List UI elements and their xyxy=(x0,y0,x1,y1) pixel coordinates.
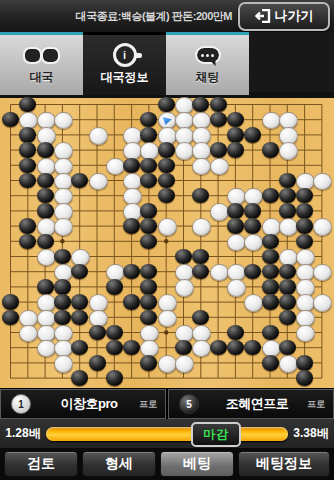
right-odds: 3.38배 xyxy=(288,425,334,442)
white-stone xyxy=(262,112,281,130)
black-stone xyxy=(37,173,54,189)
info-icon: i xyxy=(113,44,137,66)
tab-game-info[interactable]: i 대국정보 xyxy=(83,32,166,95)
exit-button[interactable]: 나가기 xyxy=(238,2,330,31)
black-stone xyxy=(175,249,192,265)
top-status-bar: 대국종료:백승(불계) 판돈:200만M 나가기 xyxy=(0,0,334,33)
black-stone xyxy=(279,310,296,326)
black-stone xyxy=(2,294,19,310)
black-stone xyxy=(262,264,279,280)
black-stone xyxy=(19,127,36,143)
black-stone xyxy=(158,97,175,113)
black-stone xyxy=(262,355,279,371)
black-stone xyxy=(123,158,140,174)
black-stone xyxy=(296,218,313,234)
black-stone xyxy=(262,188,279,204)
game-result-text: 대국종료:백승(불계) 판돈:200만M xyxy=(76,9,232,24)
black-stone xyxy=(262,325,279,341)
white-stone xyxy=(175,142,194,160)
white-stone xyxy=(279,218,298,236)
tab-label: 대국 xyxy=(30,69,54,86)
review-button[interactable]: 검토 xyxy=(4,451,78,477)
white-stone xyxy=(227,279,246,297)
black-stone xyxy=(106,370,123,386)
black-stone xyxy=(71,294,88,310)
black-stone xyxy=(106,279,123,295)
black-stone xyxy=(262,294,279,310)
white-stone xyxy=(210,158,229,176)
action-button-row: 검토 형세 베팅 베팅정보 xyxy=(0,448,334,480)
black-stone xyxy=(244,218,261,234)
white-stone xyxy=(89,127,108,145)
black-stone xyxy=(140,279,157,295)
black-stone xyxy=(262,142,279,158)
black-stone xyxy=(296,234,313,250)
black-stone xyxy=(37,188,54,204)
black-stone xyxy=(262,279,279,295)
black-stone xyxy=(296,370,313,386)
black-stone xyxy=(158,188,175,204)
black-stone xyxy=(227,203,244,219)
black-stone xyxy=(123,294,140,310)
black-stone xyxy=(37,203,54,219)
black-stone xyxy=(2,310,19,326)
white-stone xyxy=(89,173,108,191)
player-right-badge: 5 xyxy=(179,394,199,414)
black-stone xyxy=(140,203,157,219)
player-left-panel[interactable]: 1 이창호pro 프로 xyxy=(0,389,166,419)
white-stone xyxy=(227,234,246,252)
white-stone xyxy=(210,203,229,221)
exit-button-label: 나가기 xyxy=(275,7,314,25)
black-stone xyxy=(54,294,71,310)
chat-icon xyxy=(197,44,219,66)
black-stone xyxy=(54,249,71,265)
odds-slider-bar[interactable]: 마감 xyxy=(46,427,288,441)
black-stone xyxy=(296,203,313,219)
black-stone xyxy=(279,279,296,295)
exit-icon xyxy=(255,9,271,23)
black-stone xyxy=(123,218,140,234)
black-stone xyxy=(296,355,313,371)
white-stone xyxy=(37,249,56,267)
betting-info-button[interactable]: 베팅정보 xyxy=(238,451,330,477)
white-stone xyxy=(158,218,177,236)
tab-bar: 대국 i 대국정보 채팅 xyxy=(0,32,334,92)
black-stone xyxy=(158,158,175,174)
tab-label: 채팅 xyxy=(196,69,220,86)
black-stone xyxy=(227,142,244,158)
player-right-panel[interactable]: 5 조혜연프로 프로 xyxy=(168,389,334,419)
last-move-marker xyxy=(163,117,172,125)
black-stone xyxy=(227,325,244,341)
black-stone xyxy=(262,234,279,250)
white-stone xyxy=(244,294,263,312)
white-stone xyxy=(210,264,229,282)
white-stone xyxy=(106,158,125,176)
white-stone xyxy=(158,310,177,328)
white-stone xyxy=(37,340,56,358)
white-stone xyxy=(244,234,263,252)
white-stone xyxy=(158,355,177,373)
black-stone xyxy=(210,97,227,113)
black-stone xyxy=(210,340,227,356)
black-stone xyxy=(89,325,106,341)
black-stone xyxy=(140,127,157,143)
black-stone xyxy=(71,310,88,326)
app-screen: 대국종료:백승(불계) 판돈:200만M 나가기 대국 i 대국정보 채팅 1 xyxy=(0,0,334,480)
tab-label: 대국정보 xyxy=(101,69,149,86)
white-stone xyxy=(54,218,73,236)
player-bar: 1 이창호pro 프로 5 조혜연프로 프로 xyxy=(0,388,334,419)
black-stone xyxy=(279,294,296,310)
betting-odds-row: 1.28배 마감 3.38배 xyxy=(0,419,334,448)
black-stone xyxy=(262,249,279,265)
white-stone xyxy=(279,142,298,160)
black-stone xyxy=(71,370,88,386)
position-button[interactable]: 형세 xyxy=(82,451,156,477)
white-stone xyxy=(175,355,194,373)
black-stone xyxy=(244,203,261,219)
black-stone xyxy=(279,203,296,219)
tab-game[interactable]: 대국 xyxy=(0,32,83,95)
black-stone xyxy=(89,355,106,371)
black-stone xyxy=(140,355,157,371)
black-stone xyxy=(37,279,54,295)
black-stone xyxy=(227,218,244,234)
black-stone xyxy=(158,142,175,158)
player-right-name: 조혜연프로 xyxy=(207,395,307,413)
black-stone xyxy=(227,127,244,143)
betting-button[interactable]: 베팅 xyxy=(160,451,234,477)
player-right-rank: 프로 xyxy=(307,398,325,411)
black-stone xyxy=(244,127,261,143)
fists-icon xyxy=(25,44,58,66)
black-stone xyxy=(37,234,54,250)
black-stone xyxy=(210,142,227,158)
go-board[interactable] xyxy=(0,98,334,388)
betting-closed-chip: 마감 xyxy=(191,422,241,447)
black-stone xyxy=(158,173,175,189)
left-odds: 1.28배 xyxy=(0,425,46,442)
white-stone xyxy=(54,355,73,373)
player-left-rank: 프로 xyxy=(139,398,157,411)
white-stone xyxy=(279,355,298,373)
black-stone xyxy=(54,279,71,295)
player-left-badge: 1 xyxy=(11,394,31,414)
black-stone xyxy=(37,142,54,158)
black-stone xyxy=(106,325,123,341)
black-stone xyxy=(210,112,227,128)
player-left-name: 이창호pro xyxy=(39,395,139,413)
white-stone xyxy=(175,279,194,297)
tab-chat[interactable]: 채팅 xyxy=(166,32,249,95)
black-stone xyxy=(54,310,71,326)
black-stone xyxy=(279,173,296,189)
